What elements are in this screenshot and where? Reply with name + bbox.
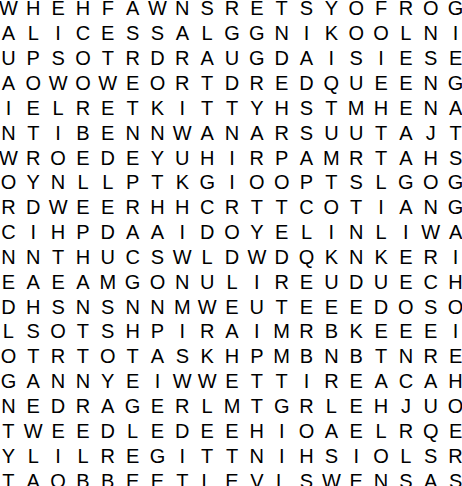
grid-cell[interactable]: Y [95, 369, 120, 394]
grid-cell[interactable]: E [120, 71, 145, 96]
grid-cell[interactable]: G [195, 170, 220, 195]
grid-cell[interactable]: T [195, 95, 220, 120]
grid-cell[interactable]: D [95, 220, 120, 245]
grid-cell[interactable]: G [269, 394, 294, 419]
grid-cell[interactable]: H [170, 195, 195, 220]
grid-cell[interactable]: I [344, 443, 369, 468]
grid-cell[interactable]: T [71, 319, 96, 344]
grid-cell[interactable]: U [319, 269, 344, 294]
grid-cell[interactable]: I [0, 95, 21, 120]
grid-cell[interactable]: L [294, 220, 319, 245]
grid-cell[interactable]: Y [244, 220, 269, 245]
grid-cell[interactable]: S [294, 468, 319, 486]
grid-cell[interactable]: T [46, 245, 71, 270]
grid-cell[interactable]: G [443, 195, 462, 220]
grid-cell[interactable]: E [71, 195, 96, 220]
grid-cell[interactable]: J [418, 120, 443, 145]
grid-cell[interactable]: S [95, 294, 120, 319]
grid-cell[interactable]: W [319, 468, 344, 486]
grid-cell[interactable]: P [269, 145, 294, 170]
grid-cell[interactable]: E [294, 294, 319, 319]
grid-cell[interactable]: A [393, 145, 418, 170]
grid-cell[interactable]: D [95, 145, 120, 170]
grid-cell[interactable]: U [418, 394, 443, 419]
grid-cell[interactable]: N [344, 220, 369, 245]
grid-cell[interactable]: I [170, 443, 195, 468]
grid-cell[interactable]: O [294, 418, 319, 443]
grid-cell[interactable]: T [21, 344, 46, 369]
grid-cell[interactable]: N [71, 369, 96, 394]
grid-cell[interactable]: L [71, 170, 96, 195]
grid-cell[interactable]: O [71, 46, 96, 71]
grid-cell[interactable]: I [170, 95, 195, 120]
grid-cell[interactable]: S [418, 443, 443, 468]
grid-cell[interactable]: L [195, 21, 220, 46]
grid-cell[interactable]: L [369, 220, 394, 245]
grid-cell[interactable]: I [443, 319, 462, 344]
grid-cell[interactable]: S [21, 319, 46, 344]
grid-cell[interactable]: T [0, 468, 21, 486]
grid-cell[interactable]: W [0, 145, 21, 170]
grid-cell[interactable]: S [46, 46, 71, 71]
grid-cell[interactable]: D [95, 418, 120, 443]
grid-cell[interactable]: V [244, 468, 269, 486]
grid-cell[interactable]: A [0, 71, 21, 96]
grid-cell[interactable]: K [145, 95, 170, 120]
grid-cell[interactable]: Y [0, 443, 21, 468]
grid-cell[interactable]: D [46, 394, 71, 419]
grid-cell[interactable]: N [418, 21, 443, 46]
grid-cell[interactable]: T [220, 443, 245, 468]
grid-cell[interactable]: L [21, 21, 46, 46]
grid-cell[interactable]: Q [319, 71, 344, 96]
grid-cell[interactable]: A [294, 46, 319, 71]
grid-cell[interactable]: R [21, 145, 46, 170]
grid-cell[interactable]: H [21, 294, 46, 319]
grid-cell[interactable]: Q [294, 245, 319, 270]
grid-cell[interactable]: S [145, 245, 170, 270]
grid-cell[interactable]: Y [145, 145, 170, 170]
grid-cell[interactable]: I [269, 418, 294, 443]
grid-cell[interactable]: N [393, 344, 418, 369]
grid-cell[interactable]: D [220, 71, 245, 96]
grid-cell[interactable]: C [418, 269, 443, 294]
grid-cell[interactable]: C [71, 21, 96, 46]
grid-cell[interactable]: T [195, 443, 220, 468]
grid-cell[interactable]: F [95, 0, 120, 21]
grid-cell[interactable]: D [170, 418, 195, 443]
grid-cell[interactable]: O [319, 195, 344, 220]
grid-cell[interactable]: H [120, 319, 145, 344]
grid-cell[interactable]: P [120, 170, 145, 195]
grid-cell[interactable]: R [120, 195, 145, 220]
grid-cell[interactable]: I [294, 369, 319, 394]
grid-cell[interactable]: C [195, 195, 220, 220]
grid-cell[interactable]: O [443, 294, 462, 319]
grid-cell[interactable]: M [269, 319, 294, 344]
grid-cell[interactable]: E [393, 46, 418, 71]
grid-cell[interactable]: N [170, 0, 195, 21]
grid-cell[interactable]: D [21, 195, 46, 220]
grid-cell[interactable]: L [220, 269, 245, 294]
grid-cell[interactable]: E [95, 195, 120, 220]
grid-cell[interactable]: E [21, 394, 46, 419]
grid-cell[interactable]: L [369, 418, 394, 443]
grid-cell[interactable]: I [443, 21, 462, 46]
grid-cell[interactable]: W [46, 195, 71, 220]
grid-cell[interactable]: N [0, 394, 21, 419]
grid-cell[interactable]: E [344, 394, 369, 419]
grid-cell[interactable]: L [269, 468, 294, 486]
grid-cell[interactable]: B [294, 344, 319, 369]
grid-cell[interactable]: N [21, 245, 46, 270]
grid-cell[interactable]: I [443, 245, 462, 270]
grid-cell[interactable]: W [170, 245, 195, 270]
grid-cell[interactable]: E [46, 0, 71, 21]
grid-cell[interactable]: A [120, 0, 145, 21]
grid-cell[interactable]: A [393, 120, 418, 145]
grid-cell[interactable]: I [145, 369, 170, 394]
grid-cell[interactable]: T [269, 0, 294, 21]
grid-cell[interactable]: E [120, 443, 145, 468]
grid-cell[interactable]: T [369, 120, 394, 145]
grid-cell[interactable]: A [244, 120, 269, 145]
grid-cell[interactable]: C [393, 369, 418, 394]
grid-cell[interactable]: L [393, 21, 418, 46]
grid-cell[interactable]: T [170, 468, 195, 486]
grid-cell[interactable]: W [95, 71, 120, 96]
grid-cell[interactable]: M [344, 95, 369, 120]
grid-cell[interactable]: O [21, 71, 46, 96]
grid-cell[interactable]: T [71, 344, 96, 369]
grid-cell[interactable]: N [0, 120, 21, 145]
grid-cell[interactable]: E [344, 369, 369, 394]
grid-cell[interactable]: D [269, 245, 294, 270]
grid-cell[interactable]: E [120, 468, 145, 486]
grid-cell[interactable]: E [220, 369, 245, 394]
grid-cell[interactable]: R [71, 394, 96, 419]
grid-cell[interactable]: U [244, 294, 269, 319]
grid-cell[interactable]: T [269, 369, 294, 394]
grid-cell[interactable]: L [393, 443, 418, 468]
grid-cell[interactable]: O [46, 319, 71, 344]
grid-cell[interactable]: Y [244, 95, 269, 120]
grid-cell[interactable]: E [393, 95, 418, 120]
grid-cell[interactable]: C [294, 195, 319, 220]
grid-cell[interactable]: A [418, 369, 443, 394]
grid-cell[interactable]: G [393, 170, 418, 195]
grid-cell[interactable]: W [21, 418, 46, 443]
grid-cell[interactable]: U [170, 145, 195, 170]
grid-cell[interactable]: G [443, 71, 462, 96]
grid-cell[interactable]: K [319, 245, 344, 270]
grid-cell[interactable]: S [95, 319, 120, 344]
grid-cell[interactable]: S [294, 95, 319, 120]
grid-cell[interactable]: R [170, 394, 195, 419]
grid-cell[interactable]: W [195, 369, 220, 394]
grid-cell[interactable]: R [220, 0, 245, 21]
grid-cell[interactable]: A [145, 344, 170, 369]
grid-cell[interactable]: O [418, 170, 443, 195]
grid-cell[interactable]: G [244, 46, 269, 71]
grid-cell[interactable]: I [294, 21, 319, 46]
grid-cell[interactable]: F [369, 0, 394, 21]
grid-cell[interactable]: S [418, 46, 443, 71]
grid-cell[interactable]: O [269, 170, 294, 195]
grid-cell[interactable]: O [46, 145, 71, 170]
grid-cell[interactable]: T [120, 95, 145, 120]
grid-cell[interactable]: O [145, 71, 170, 96]
grid-cell[interactable]: O [220, 220, 245, 245]
grid-cell[interactable]: L [120, 418, 145, 443]
grid-cell[interactable]: G [220, 21, 245, 46]
grid-cell[interactable]: U [0, 46, 21, 71]
grid-cell[interactable]: Q [418, 418, 443, 443]
grid-cell[interactable]: D [145, 46, 170, 71]
grid-cell[interactable]: O [443, 394, 462, 419]
grid-cell[interactable]: N [418, 71, 443, 96]
grid-cell[interactable]: I [369, 46, 394, 71]
grid-cell[interactable]: E [244, 0, 269, 21]
grid-cell[interactable]: E [220, 418, 245, 443]
grid-cell[interactable]: E [269, 220, 294, 245]
grid-cell[interactable]: R [418, 344, 443, 369]
grid-cell[interactable]: N [120, 120, 145, 145]
grid-cell[interactable]: K [319, 21, 344, 46]
grid-cell[interactable]: M [269, 344, 294, 369]
grid-cell[interactable]: E [344, 418, 369, 443]
grid-cell[interactable]: S [120, 21, 145, 46]
grid-cell[interactable]: O [369, 21, 394, 46]
grid-cell[interactable]: D [294, 71, 319, 96]
grid-cell[interactable]: W [170, 120, 195, 145]
grid-cell[interactable]: P [294, 170, 319, 195]
grid-cell[interactable]: U [319, 120, 344, 145]
grid-cell[interactable]: E [393, 269, 418, 294]
grid-cell[interactable]: R [71, 95, 96, 120]
grid-cell[interactable]: A [21, 269, 46, 294]
grid-cell[interactable]: A [21, 369, 46, 394]
grid-cell[interactable]: S [418, 294, 443, 319]
grid-cell[interactable]: E [71, 418, 96, 443]
grid-cell[interactable]: G [120, 269, 145, 294]
grid-cell[interactable]: R [393, 418, 418, 443]
grid-cell[interactable]: H [443, 269, 462, 294]
grid-cell[interactable]: I [46, 120, 71, 145]
grid-cell[interactable]: T [220, 95, 245, 120]
grid-cell[interactable]: R [393, 0, 418, 21]
grid-cell[interactable]: E [120, 145, 145, 170]
grid-cell[interactable]: A [220, 319, 245, 344]
grid-cell[interactable]: H [71, 245, 96, 270]
grid-cell[interactable]: T [369, 145, 394, 170]
grid-cell[interactable]: M [170, 294, 195, 319]
grid-cell[interactable]: O [71, 71, 96, 96]
grid-cell[interactable]: H [443, 369, 462, 394]
grid-cell[interactable]: A [120, 220, 145, 245]
grid-cell[interactable]: R [443, 443, 462, 468]
grid-cell[interactable]: R [294, 319, 319, 344]
grid-cell[interactable]: L [195, 394, 220, 419]
grid-cell[interactable]: H [369, 95, 394, 120]
grid-cell[interactable]: H [46, 220, 71, 245]
grid-cell[interactable]: L [21, 443, 46, 468]
grid-cell[interactable]: C [0, 220, 21, 245]
grid-cell[interactable]: R [170, 46, 195, 71]
grid-cell[interactable]: D [344, 269, 369, 294]
grid-cell[interactable]: G [145, 443, 170, 468]
grid-cell[interactable]: N [344, 245, 369, 270]
grid-cell[interactable]: I [170, 220, 195, 245]
grid-cell[interactable]: P [145, 319, 170, 344]
grid-cell[interactable]: I [393, 220, 418, 245]
grid-cell[interactable]: R [46, 344, 71, 369]
grid-cell[interactable]: M [220, 394, 245, 419]
grid-cell[interactable]: S [344, 46, 369, 71]
grid-cell[interactable]: O [369, 443, 394, 468]
grid-cell[interactable]: R [244, 71, 269, 96]
grid-cell[interactable]: E [95, 95, 120, 120]
grid-cell[interactable]: E [95, 120, 120, 145]
grid-cell[interactable]: R [344, 145, 369, 170]
grid-cell[interactable]: I [319, 220, 344, 245]
grid-cell[interactable]: T [244, 195, 269, 220]
grid-cell[interactable]: I [319, 46, 344, 71]
grid-cell[interactable]: U [95, 245, 120, 270]
grid-cell[interactable]: U [220, 46, 245, 71]
grid-cell[interactable]: O [0, 344, 21, 369]
grid-cell[interactable]: T [0, 418, 21, 443]
grid-cell[interactable]: D [195, 220, 220, 245]
grid-cell[interactable]: W [195, 294, 220, 319]
grid-cell[interactable]: R [120, 46, 145, 71]
grid-cell[interactable]: A [0, 21, 21, 46]
grid-cell[interactable]: J [393, 394, 418, 419]
grid-cell[interactable]: O [145, 269, 170, 294]
grid-cell[interactable]: Y [21, 170, 46, 195]
grid-cell[interactable]: R [0, 195, 21, 220]
grid-cell[interactable]: A [319, 418, 344, 443]
grid-cell[interactable]: N [46, 170, 71, 195]
grid-cell[interactable]: E [443, 344, 462, 369]
grid-cell[interactable]: N [120, 294, 145, 319]
grid-cell[interactable]: A [195, 120, 220, 145]
grid-cell[interactable]: R [195, 319, 220, 344]
grid-cell[interactable]: D [269, 46, 294, 71]
grid-cell[interactable]: T [344, 195, 369, 220]
grid-cell[interactable]: D [369, 294, 394, 319]
grid-cell[interactable]: S [294, 120, 319, 145]
grid-cell[interactable]: S [46, 294, 71, 319]
grid-cell[interactable]: N [369, 468, 394, 486]
grid-cell[interactable]: L [0, 319, 21, 344]
grid-cell[interactable]: W [170, 369, 195, 394]
grid-cell[interactable]: P [244, 344, 269, 369]
grid-cell[interactable]: R [269, 120, 294, 145]
grid-cell[interactable]: N [71, 294, 96, 319]
grid-cell[interactable]: H [195, 145, 220, 170]
grid-cell[interactable]: B [71, 120, 96, 145]
grid-cell[interactable]: K [195, 344, 220, 369]
grid-cell[interactable]: N [418, 195, 443, 220]
grid-cell[interactable]: S [195, 0, 220, 21]
grid-cell[interactable]: T [244, 369, 269, 394]
grid-cell[interactable]: E [220, 294, 245, 319]
grid-cell[interactable]: U [369, 269, 394, 294]
grid-cell[interactable]: M [95, 269, 120, 294]
grid-cell[interactable]: A [418, 468, 443, 486]
grid-cell[interactable]: E [418, 319, 443, 344]
grid-cell[interactable]: Y [319, 0, 344, 21]
grid-cell[interactable]: I [244, 269, 269, 294]
grid-cell[interactable]: S [443, 468, 462, 486]
grid-cell[interactable]: P [71, 220, 96, 245]
grid-cell[interactable]: S [393, 468, 418, 486]
grid-cell[interactable]: G [0, 369, 21, 394]
grid-cell[interactable]: S [145, 21, 170, 46]
grid-cell[interactable]: W [46, 71, 71, 96]
grid-cell[interactable]: I [244, 319, 269, 344]
grid-cell[interactable]: I [220, 170, 245, 195]
grid-cell[interactable]: E [71, 145, 96, 170]
grid-cell[interactable]: U [344, 71, 369, 96]
grid-cell[interactable]: N [145, 294, 170, 319]
grid-cell[interactable]: S [170, 344, 195, 369]
grid-cell[interactable]: B [71, 468, 96, 486]
grid-cell[interactable]: B [344, 344, 369, 369]
grid-cell[interactable]: E [344, 294, 369, 319]
grid-cell[interactable]: P [21, 46, 46, 71]
grid-cell[interactable]: T [269, 294, 294, 319]
grid-cell[interactable]: H [369, 394, 394, 419]
grid-cell[interactable]: H [244, 418, 269, 443]
grid-cell[interactable]: L [95, 170, 120, 195]
grid-cell[interactable]: K [344, 319, 369, 344]
grid-cell[interactable]: E [195, 418, 220, 443]
grid-cell[interactable]: O [418, 0, 443, 21]
grid-cell[interactable]: E [294, 269, 319, 294]
grid-cell[interactable]: E [46, 418, 71, 443]
grid-cell[interactable]: N [220, 120, 245, 145]
grid-cell[interactable]: A [195, 46, 220, 71]
grid-cell[interactable]: E [393, 71, 418, 96]
grid-cell[interactable]: S [294, 0, 319, 21]
grid-cell[interactable]: H [71, 0, 96, 21]
grid-cell[interactable]: T [145, 170, 170, 195]
grid-cell[interactable]: T [120, 344, 145, 369]
grid-cell[interactable]: G [120, 394, 145, 419]
grid-cell[interactable]: I [46, 443, 71, 468]
grid-cell[interactable]: R [95, 443, 120, 468]
grid-cell[interactable]: E [0, 269, 21, 294]
grid-cell[interactable]: O [0, 170, 21, 195]
grid-cell[interactable]: A [71, 269, 96, 294]
grid-cell[interactable]: B [95, 468, 120, 486]
grid-cell[interactable]: T [319, 95, 344, 120]
grid-cell[interactable]: E [46, 269, 71, 294]
grid-cell[interactable]: R [319, 369, 344, 394]
grid-cell[interactable]: W [145, 0, 170, 21]
grid-cell[interactable]: I [170, 319, 195, 344]
grid-cell[interactable]: H [145, 195, 170, 220]
grid-cell[interactable]: I [220, 145, 245, 170]
grid-cell[interactable]: E [145, 468, 170, 486]
grid-cell[interactable]: E [120, 369, 145, 394]
grid-cell[interactable]: W [244, 245, 269, 270]
grid-cell[interactable]: O [95, 344, 120, 369]
grid-cell[interactable]: N [46, 369, 71, 394]
grid-cell[interactable]: L [319, 394, 344, 419]
